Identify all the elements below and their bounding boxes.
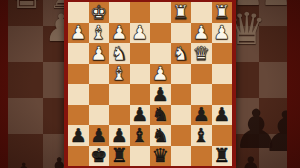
square-c1[interactable]: ♜ bbox=[171, 2, 192, 23]
square-c3[interactable]: ♞ bbox=[171, 43, 192, 64]
square-f5[interactable] bbox=[109, 84, 130, 105]
black-rook-a8[interactable]: ♜ bbox=[213, 146, 230, 165]
white-queen-b3[interactable]: ♛ bbox=[193, 43, 210, 62]
black-pawn-f7[interactable]: ♟ bbox=[111, 125, 128, 144]
square-h4[interactable] bbox=[68, 64, 89, 85]
square-f4[interactable]: ♝ bbox=[109, 64, 130, 85]
white-knight-f3[interactable]: ♞ bbox=[111, 43, 128, 62]
black-pawn-g7[interactable]: ♟ bbox=[90, 125, 107, 144]
chess-video-frame: ♚♜♟♟♟♛♟♟♟♟♟ ♚♜♜♟♝♟♟♟♟♟♞♞♛♝♟♟♟♞♟♟♟♟♟♝♞♝♚♜… bbox=[0, 0, 300, 168]
square-b2[interactable]: ♟ bbox=[191, 23, 212, 44]
black-pawn-d5[interactable]: ♟ bbox=[152, 84, 169, 103]
white-bishop-g2[interactable]: ♝ bbox=[90, 23, 107, 42]
white-pawn-b2[interactable]: ♟ bbox=[193, 23, 210, 42]
square-f8[interactable]: ♜ bbox=[109, 146, 130, 167]
square-h2[interactable]: ♟ bbox=[68, 23, 89, 44]
board-frame: ♚♜♜♟♝♟♟♟♟♟♞♞♛♝♟♟♟♞♟♟♟♟♟♝♞♝♚♜♛♜ bbox=[64, 0, 236, 168]
square-c7[interactable] bbox=[171, 125, 192, 146]
white-knight-c3[interactable]: ♞ bbox=[172, 43, 189, 62]
square-a7[interactable] bbox=[212, 125, 233, 146]
white-pawn-a2[interactable]: ♟ bbox=[213, 23, 230, 42]
square-h6[interactable] bbox=[68, 105, 89, 126]
square-e5[interactable] bbox=[130, 84, 151, 105]
square-e1[interactable] bbox=[130, 2, 151, 23]
square-a6[interactable]: ♟ bbox=[212, 105, 233, 126]
square-f2[interactable]: ♟ bbox=[109, 23, 130, 44]
white-pawn-f2[interactable]: ♟ bbox=[111, 23, 128, 42]
square-a5[interactable] bbox=[212, 84, 233, 105]
square-f7[interactable]: ♟ bbox=[109, 125, 130, 146]
square-c2[interactable] bbox=[171, 23, 192, 44]
square-a4[interactable] bbox=[212, 64, 233, 85]
black-king-g8[interactable]: ♚ bbox=[90, 146, 107, 165]
square-f3[interactable]: ♞ bbox=[109, 43, 130, 64]
square-a1[interactable]: ♜ bbox=[212, 2, 233, 23]
square-h5[interactable] bbox=[68, 84, 89, 105]
white-bishop-f4[interactable]: ♝ bbox=[111, 64, 128, 83]
square-b6[interactable]: ♟ bbox=[191, 105, 212, 126]
black-knight-d7[interactable]: ♞ bbox=[152, 125, 169, 144]
square-h1[interactable] bbox=[68, 2, 89, 23]
square-d1[interactable] bbox=[150, 2, 171, 23]
square-b4[interactable] bbox=[191, 64, 212, 85]
black-pawn-b6[interactable]: ♟ bbox=[193, 105, 210, 124]
square-c5[interactable] bbox=[171, 84, 192, 105]
square-g1[interactable]: ♚ bbox=[89, 2, 110, 23]
square-g8[interactable]: ♚ bbox=[89, 146, 110, 167]
black-bishop-e7[interactable]: ♝ bbox=[131, 125, 148, 144]
white-pawn-e2[interactable]: ♟ bbox=[131, 23, 148, 42]
white-pawn-h2[interactable]: ♟ bbox=[70, 23, 87, 42]
square-h7[interactable]: ♟ bbox=[68, 125, 89, 146]
square-b3[interactable]: ♛ bbox=[191, 43, 212, 64]
square-g5[interactable] bbox=[89, 84, 110, 105]
square-e7[interactable]: ♝ bbox=[130, 125, 151, 146]
square-e3[interactable] bbox=[130, 43, 151, 64]
square-c8[interactable] bbox=[171, 146, 192, 167]
square-a3[interactable] bbox=[212, 43, 233, 64]
square-a2[interactable]: ♟ bbox=[212, 23, 233, 44]
square-d7[interactable]: ♞ bbox=[150, 125, 171, 146]
black-pawn-a6[interactable]: ♟ bbox=[213, 105, 230, 124]
square-d4[interactable]: ♟ bbox=[150, 64, 171, 85]
square-e8[interactable] bbox=[130, 146, 151, 167]
square-h3[interactable] bbox=[68, 43, 89, 64]
square-d2[interactable] bbox=[150, 23, 171, 44]
square-c6[interactable] bbox=[171, 105, 192, 126]
white-pawn-g3[interactable]: ♟ bbox=[90, 43, 107, 62]
square-c4[interactable] bbox=[171, 64, 192, 85]
black-bishop-b7[interactable]: ♝ bbox=[193, 125, 210, 144]
square-d3[interactable] bbox=[150, 43, 171, 64]
black-knight-d6[interactable]: ♞ bbox=[152, 105, 169, 124]
square-b8[interactable] bbox=[191, 146, 212, 167]
black-pawn-h7[interactable]: ♟ bbox=[70, 125, 87, 144]
square-e2[interactable]: ♟ bbox=[130, 23, 151, 44]
square-e6[interactable]: ♟ bbox=[130, 105, 151, 126]
square-b5[interactable] bbox=[191, 84, 212, 105]
square-g4[interactable] bbox=[89, 64, 110, 85]
square-f6[interactable] bbox=[109, 105, 130, 126]
square-h8[interactable] bbox=[68, 146, 89, 167]
square-d5[interactable]: ♟ bbox=[150, 84, 171, 105]
square-a8[interactable]: ♜ bbox=[212, 146, 233, 167]
chess-board[interactable]: ♚♜♜♟♝♟♟♟♟♟♞♞♛♝♟♟♟♞♟♟♟♟♟♝♞♝♚♜♛♜ bbox=[68, 2, 232, 166]
white-king-g1[interactable]: ♚ bbox=[90, 2, 107, 21]
square-b7[interactable]: ♝ bbox=[191, 125, 212, 146]
black-queen-d8[interactable]: ♛ bbox=[152, 146, 169, 165]
black-pawn-e6[interactable]: ♟ bbox=[131, 105, 148, 124]
black-rook-f8[interactable]: ♜ bbox=[111, 146, 128, 165]
square-d6[interactable]: ♞ bbox=[150, 105, 171, 126]
square-d8[interactable]: ♛ bbox=[150, 146, 171, 167]
square-f1[interactable] bbox=[109, 2, 130, 23]
square-e4[interactable] bbox=[130, 64, 151, 85]
square-g3[interactable]: ♟ bbox=[89, 43, 110, 64]
square-g2[interactable]: ♝ bbox=[89, 23, 110, 44]
white-pawn-d4[interactable]: ♟ bbox=[152, 64, 169, 83]
square-g7[interactable]: ♟ bbox=[89, 125, 110, 146]
white-rook-c1[interactable]: ♜ bbox=[172, 2, 189, 21]
square-g6[interactable] bbox=[89, 105, 110, 126]
square-b1[interactable] bbox=[191, 2, 212, 23]
white-rook-a1[interactable]: ♜ bbox=[213, 2, 230, 21]
